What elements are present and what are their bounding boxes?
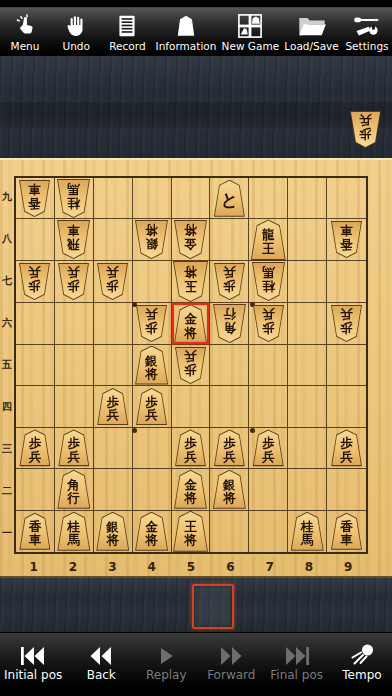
board-cell[interactable]: と — [210, 178, 249, 219]
board-cell[interactable]: 角行 — [55, 469, 94, 510]
board-cell[interactable] — [288, 428, 327, 469]
shogi-piece[interactable]: と — [214, 180, 245, 217]
board-cell[interactable]: 角行 — [210, 303, 249, 344]
shogi-piece[interactable]: 歩兵 — [253, 305, 284, 342]
board-cell[interactable] — [288, 261, 327, 303]
folder-icon — [297, 10, 327, 40]
piece-kanji: 歩兵 — [98, 264, 127, 299]
board-cell[interactable]: 王将 — [172, 511, 211, 552]
board-cell[interactable]: 香車 — [16, 178, 55, 219]
shogi-piece[interactable]: 香車 — [19, 180, 50, 217]
menu-button[interactable]: Menu — [2, 10, 48, 52]
piece-kanji: 銀将 — [97, 513, 128, 550]
board-cell[interactable]: 金将 — [133, 511, 172, 552]
piece-kanji: 銀将 — [214, 471, 245, 508]
board-cell[interactable] — [210, 386, 249, 427]
board-cell[interactable] — [16, 303, 55, 344]
piece-kanji: 歩兵 — [137, 389, 166, 424]
piece-kanji: 王将 — [174, 512, 207, 551]
rank-label: 九 — [0, 176, 14, 218]
piece-kanji: 歩兵 — [59, 430, 88, 465]
shogi-piece[interactable]: 歩兵 — [175, 347, 206, 384]
initial-pos-button[interactable]: Initial pos — [4, 643, 62, 682]
board-cell[interactable] — [16, 386, 55, 427]
board-cell[interactable]: 銀将 — [94, 511, 133, 552]
board-cell[interactable] — [172, 386, 211, 427]
replay-button[interactable]: Replay — [140, 643, 192, 682]
piece-kanji: 歩兵 — [332, 306, 361, 341]
board-cell[interactable]: 歩兵 — [327, 428, 366, 469]
fast-forward-icon — [217, 643, 245, 667]
piece-kanji: 歩兵 — [20, 430, 49, 465]
board-cell[interactable]: 歩兵 — [327, 303, 366, 344]
file-label: 5 — [171, 556, 210, 578]
board-cell[interactable]: 桂馬 — [55, 178, 94, 219]
piece-kanji: 角行 — [214, 305, 245, 342]
piece-kanji: 金将 — [136, 513, 167, 550]
piece-kanji: 銀将 — [136, 221, 167, 258]
piece-kanji: 歩兵 — [254, 430, 283, 465]
forward-label: Forward — [207, 669, 255, 682]
rank-label: 四 — [0, 386, 14, 428]
board-cell[interactable]: 香車 — [327, 511, 366, 552]
board-cell[interactable] — [16, 345, 55, 386]
board-cell[interactable] — [249, 345, 288, 386]
shogi-piece[interactable]: 歩兵 — [214, 263, 245, 300]
file-label: 7 — [250, 556, 289, 578]
hoshi-dot — [132, 428, 137, 433]
shogi-piece[interactable]: 歩兵 — [19, 263, 50, 300]
piece-kanji: 歩兵 — [215, 264, 244, 299]
bottom-strip — [0, 686, 392, 696]
bottom-toolbar: Initial pos Back Replay Forward Final po… — [0, 632, 392, 686]
piece-kanji: 桂馬 — [58, 180, 89, 217]
shogi-piece[interactable]: 香車 — [19, 513, 50, 550]
shogi-board: 九八七六五四三二一 香車桂馬と飛車銀将金将龍王香車歩兵歩兵歩兵玉将歩兵桂馬歩兵金… — [0, 158, 392, 578]
board-cell[interactable]: 桂馬 — [55, 511, 94, 552]
record-sheet-icon — [114, 10, 140, 40]
forward-button[interactable]: Forward — [205, 643, 257, 682]
shogi-piece[interactable]: 桂馬 — [57, 512, 90, 551]
shogi-piece[interactable]: 王将 — [173, 511, 208, 552]
shogi-piece[interactable]: 金将 — [174, 470, 207, 509]
board-grid: 香車桂馬と飛車銀将金将龍王香車歩兵歩兵歩兵玉将歩兵桂馬歩兵金将角行歩兵歩兵銀将歩… — [14, 176, 368, 554]
file-label: 1 — [14, 556, 53, 578]
board-cell[interactable]: 玉将 — [172, 261, 211, 303]
load-save-label: Load/Save — [284, 41, 339, 52]
hoshi-dot — [250, 428, 255, 433]
piece-kanji: 龍王 — [252, 220, 285, 259]
board-cell[interactable]: 香車 — [327, 219, 366, 261]
shogi-piece[interactable]: 角行 — [213, 304, 246, 343]
board-cell[interactable]: 歩兵 — [94, 386, 133, 427]
piece-kanji: 桂馬 — [253, 263, 284, 300]
shogi-piece[interactable]: 香車 — [331, 513, 362, 550]
board-cell[interactable] — [288, 469, 327, 510]
final-pos-label: Final pos — [270, 669, 323, 682]
shogi-piece-icon — [173, 10, 199, 40]
board-cell[interactable]: 金将 — [172, 219, 211, 261]
board-cell[interactable]: 歩兵 — [16, 428, 55, 469]
piece-kanji: 歩兵 — [254, 306, 283, 341]
board-cell[interactable] — [210, 345, 249, 386]
shogi-piece[interactable]: 飛車 — [57, 220, 90, 259]
information-label: Information — [156, 41, 217, 52]
board-cell[interactable] — [288, 178, 327, 219]
shogi-piece[interactable]: 金将 — [135, 512, 168, 551]
shogi-piece[interactable]: 歩兵 — [58, 429, 89, 466]
piece-kanji: 香車 — [20, 514, 49, 549]
hoshi-dot — [132, 302, 137, 307]
board-cell[interactable] — [133, 469, 172, 510]
board-cell[interactable]: 龍王 — [249, 219, 288, 261]
piece-kanji: 歩兵 — [137, 306, 166, 341]
piece-kanji: 香車 — [20, 181, 49, 216]
replay-label: Replay — [146, 669, 187, 682]
board-cell[interactable]: 歩兵 — [210, 261, 249, 303]
board-cell[interactable] — [16, 469, 55, 510]
shogi-piece[interactable]: 銀将 — [135, 220, 168, 259]
shogi-piece[interactable]: 歩兵 — [253, 429, 284, 466]
file-label: 4 — [132, 556, 171, 578]
board-cell[interactable] — [327, 469, 366, 510]
rank-label: 六 — [0, 302, 14, 344]
file-label: 9 — [329, 556, 368, 578]
shogi-piece[interactable]: 歩兵 — [331, 429, 362, 466]
board-cell[interactable] — [94, 303, 133, 344]
player-hand-area — [0, 578, 392, 632]
board-cell[interactable]: 金将 — [172, 469, 211, 510]
shogi-piece[interactable]: 歩兵 — [136, 388, 167, 425]
shogi-piece[interactable]: 銀将 — [135, 346, 168, 385]
back-button[interactable]: Back — [75, 643, 127, 682]
piece-kanji: 歩兵 — [98, 389, 127, 424]
information-button[interactable]: Information — [156, 10, 217, 52]
shogi-piece[interactable]: 金将 — [174, 220, 207, 259]
shogi-piece[interactable]: 歩兵 — [331, 305, 362, 342]
captured-piece-pawn[interactable]: 歩兵 — [350, 111, 381, 148]
piece-kanji: 飛車 — [58, 221, 89, 258]
piece-kanji: 角行 — [58, 471, 89, 508]
piece-kanji: 歩兵 — [176, 430, 205, 465]
tap-hand-icon — [12, 10, 38, 40]
rewind-icon — [87, 643, 115, 667]
piece-kanji: 歩兵 — [176, 348, 205, 383]
piece-kanji: 桂馬 — [292, 513, 323, 550]
rank-label: 七 — [0, 260, 14, 302]
record-button[interactable]: Record — [104, 10, 150, 52]
shogi-piece[interactable]: 金将 — [174, 304, 207, 343]
piece-kanji: 歩兵 — [20, 264, 49, 299]
file-label: 8 — [289, 556, 328, 578]
board-cell[interactable]: 銀将 — [133, 345, 172, 386]
board-cell[interactable] — [94, 178, 133, 219]
tempo-button[interactable]: Tempo — [336, 643, 388, 682]
board-cell[interactable] — [249, 469, 288, 510]
piece-kanji: 玉将 — [174, 262, 207, 301]
board-cell[interactable]: 歩兵 — [172, 428, 211, 469]
piece-kanji: 金将 — [175, 305, 206, 342]
undo-button[interactable]: Undo — [53, 10, 99, 52]
board-cell[interactable]: 歩兵 — [210, 428, 249, 469]
menu-label: Menu — [11, 41, 40, 52]
piece-kanji: 歩兵 — [215, 430, 244, 465]
board-cell[interactable]: 歩兵 — [172, 345, 211, 386]
rank-labels: 九八七六五四三二一 — [0, 176, 14, 554]
shogi-piece[interactable]: 桂馬 — [291, 512, 324, 551]
rank-label: 五 — [0, 344, 14, 386]
board-cell[interactable]: 歩兵 — [16, 261, 55, 303]
new-game-label: New Game — [222, 41, 280, 52]
board-cell[interactable]: 歩兵 — [133, 386, 172, 427]
board-cell[interactable]: 歩兵 — [133, 303, 172, 344]
skip-to-start-icon — [18, 643, 48, 667]
shogi-piece[interactable]: 桂馬 — [57, 179, 90, 218]
rank-label: 三 — [0, 428, 14, 470]
board-cell[interactable] — [94, 345, 133, 386]
board-cell[interactable]: 銀将 — [133, 219, 172, 261]
board-cell[interactable]: 飛車 — [55, 219, 94, 261]
rank-label: 八 — [0, 218, 14, 260]
board-cell[interactable]: 歩兵 — [249, 428, 288, 469]
opponent-hand-area: 歩兵 — [0, 56, 392, 160]
hand-slot-highlight[interactable] — [192, 584, 234, 629]
board-cell[interactable] — [288, 303, 327, 344]
board-cell[interactable] — [210, 511, 249, 552]
board-cell[interactable] — [94, 428, 133, 469]
piece-kanji: 金将 — [175, 471, 206, 508]
piece-kanji: 金将 — [175, 221, 206, 258]
settings-button[interactable]: Settings — [344, 10, 390, 52]
board-cell[interactable]: 桂馬 — [249, 261, 288, 303]
board-cell[interactable] — [327, 386, 366, 427]
shogi-piece[interactable]: 歩兵 — [214, 429, 245, 466]
rank-label: 一 — [0, 512, 14, 554]
board-cell[interactable] — [249, 178, 288, 219]
new-game-grid-icon — [236, 10, 264, 40]
board-cell[interactable] — [16, 219, 55, 261]
board-cell[interactable]: 歩兵 — [249, 303, 288, 344]
undo-label: Undo — [62, 41, 89, 52]
piece-kanji: 歩兵 — [332, 430, 361, 465]
settings-label: Settings — [345, 41, 388, 52]
board-cell[interactable] — [210, 219, 249, 261]
shogi-piece[interactable]: 角行 — [57, 470, 90, 509]
app-screen: Menu Undo Record Information New Game — [0, 0, 392, 696]
board-cell[interactable] — [133, 261, 172, 303]
board-cell[interactable]: 歩兵 — [55, 428, 94, 469]
board-cell[interactable] — [327, 178, 366, 219]
piece-kanji: 香車 — [332, 514, 361, 549]
shogi-piece[interactable]: 歩兵 — [136, 305, 167, 342]
board-cell[interactable]: 歩兵 — [55, 261, 94, 303]
shogi-piece[interactable]: 歩兵 — [97, 263, 128, 300]
shogi-piece[interactable]: 歩兵 — [97, 388, 128, 425]
board-cell[interactable] — [327, 261, 366, 303]
play-icon — [154, 643, 178, 667]
new-game-button[interactable]: New Game — [222, 10, 280, 52]
board-cell[interactable] — [288, 345, 327, 386]
board-cell[interactable] — [94, 219, 133, 261]
top-toolbar: Menu Undo Record Information New Game — [0, 0, 392, 56]
board-cell[interactable]: 桂馬 — [288, 511, 327, 552]
open-hand-icon — [63, 10, 89, 40]
board-cell[interactable]: 歩兵 — [94, 261, 133, 303]
shogi-piece[interactable]: 歩兵 — [58, 263, 89, 300]
board-cell[interactable] — [55, 345, 94, 386]
final-pos-button[interactable]: Final pos — [270, 643, 323, 682]
piece-kanji: と — [215, 181, 244, 216]
skip-to-end-icon — [282, 643, 312, 667]
piece-kanji: 歩兵 — [351, 112, 380, 147]
rank-label: 二 — [0, 470, 14, 512]
load-save-button[interactable]: Load/Save — [284, 10, 339, 52]
shogi-piece[interactable]: 玉将 — [173, 261, 208, 302]
shogi-piece[interactable]: 香車 — [331, 221, 362, 258]
shogi-piece[interactable]: 歩兵 — [175, 429, 206, 466]
file-label: 2 — [53, 556, 92, 578]
shogi-piece[interactable]: 歩兵 — [19, 429, 50, 466]
board-cell[interactable] — [249, 386, 288, 427]
piece-kanji: 歩兵 — [59, 264, 88, 299]
shogi-piece[interactable]: 銀将 — [96, 512, 129, 551]
piece-kanji: 銀将 — [136, 347, 167, 384]
back-label: Back — [87, 669, 116, 682]
tools-icon — [352, 10, 382, 40]
board-cell[interactable] — [55, 386, 94, 427]
piece-kanji: 桂馬 — [58, 513, 89, 550]
file-labels: 123456789 — [14, 556, 368, 578]
comet-icon — [348, 643, 376, 667]
board-cell[interactable] — [133, 178, 172, 219]
board-cell[interactable] — [133, 428, 172, 469]
board-cell[interactable]: 金将 — [172, 303, 211, 344]
shogi-piece[interactable]: 桂馬 — [252, 262, 285, 301]
board-cell[interactable]: 香車 — [16, 511, 55, 552]
board-cell[interactable] — [327, 345, 366, 386]
board-cell[interactable] — [249, 511, 288, 552]
shogi-piece[interactable]: 龍王 — [251, 219, 286, 260]
file-label: 3 — [93, 556, 132, 578]
file-label: 6 — [211, 556, 250, 578]
piece-kanji: 香車 — [332, 222, 361, 257]
tempo-label: Tempo — [342, 669, 381, 682]
board-cell[interactable]: 銀将 — [210, 469, 249, 510]
board-cell[interactable] — [94, 469, 133, 510]
initial-pos-label: Initial pos — [4, 669, 62, 682]
record-label: Record — [109, 41, 145, 52]
shogi-piece[interactable]: 銀将 — [213, 470, 246, 509]
board-cell[interactable] — [55, 303, 94, 344]
board-cell[interactable] — [172, 178, 211, 219]
board-cell[interactable] — [288, 219, 327, 261]
board-cell[interactable] — [288, 386, 327, 427]
